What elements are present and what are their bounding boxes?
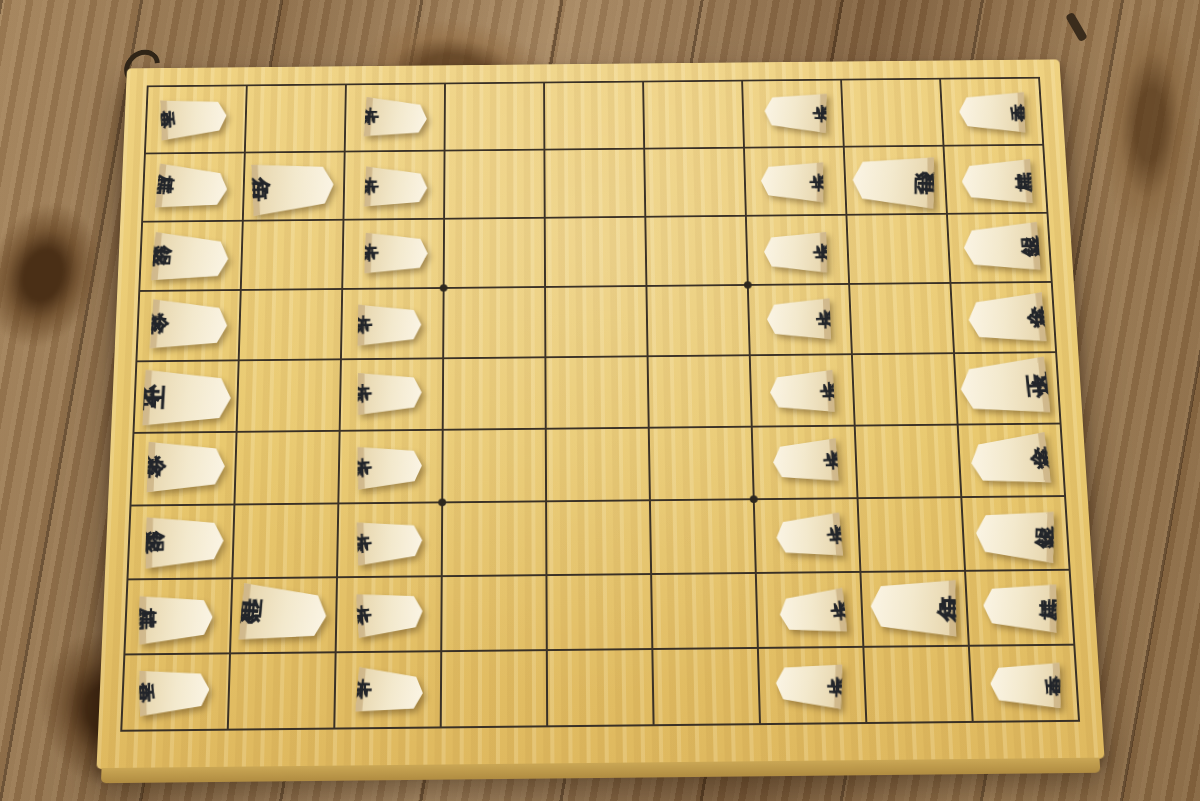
piece-kanji: 歩兵 <box>390 243 403 262</box>
shogi-board: 香車桂馬銀将金将王将金将銀将桂馬香車角行飛車歩兵歩兵歩兵歩兵歩兵歩兵歩兵歩兵歩兵… <box>96 59 1104 769</box>
piece-body: 香車 <box>989 659 1060 709</box>
piece-rook[interactable]: 飛車 <box>862 143 924 220</box>
piece-king[interactable]: 王将 <box>155 355 220 439</box>
wood-knot <box>0 187 118 364</box>
piece-body: 歩兵 <box>769 368 835 414</box>
piece-body: 桂馬 <box>139 591 213 646</box>
piece-kanji: 歩兵 <box>795 381 809 401</box>
piece-body: 歩兵 <box>358 302 422 346</box>
piece-kanji: 香車 <box>985 102 998 120</box>
piece-rook[interactable]: 飛車 <box>252 571 316 655</box>
piece-kanji: 香車 <box>1018 674 1031 695</box>
piece-body: 歩兵 <box>772 436 839 484</box>
piece-body: 歩兵 <box>766 296 831 340</box>
piece-kanji: 金将 <box>999 307 1013 329</box>
piece-pawn[interactable]: 歩兵 <box>366 510 414 574</box>
piece-kanji: 角行 <box>286 175 299 200</box>
piece-kanji: 歩兵 <box>802 525 816 546</box>
star-point <box>440 284 448 291</box>
piece-body: 香車 <box>139 665 210 718</box>
piece-pawn[interactable]: 歩兵 <box>784 652 834 718</box>
piece-body: 飛車 <box>852 152 934 210</box>
piece-kanji: 桂馬 <box>185 177 199 197</box>
piece-body: 歩兵 <box>364 95 429 139</box>
piece-body: 歩兵 <box>764 230 828 274</box>
piece-lance[interactable]: 香車 <box>169 87 217 148</box>
piece-pawn[interactable]: 歩兵 <box>366 362 413 424</box>
piece-kanji: 玉将 <box>996 373 1011 401</box>
piece-body: 香車 <box>958 90 1025 133</box>
piece-bishop[interactable]: 角行 <box>263 149 323 226</box>
piece-body: 金将 <box>968 431 1051 490</box>
piece-pawn[interactable]: 歩兵 <box>781 429 830 492</box>
piece-kanji: 歩兵 <box>383 680 398 702</box>
piece-pawn[interactable]: 歩兵 <box>365 658 414 724</box>
wood-knot <box>1099 8 1200 242</box>
piece-body: 金将 <box>146 439 225 494</box>
piece-pawn[interactable]: 歩兵 <box>373 223 419 283</box>
piece-body: 飛車 <box>238 581 329 646</box>
piece-body: 歩兵 <box>764 90 827 134</box>
piece-body: 桂馬 <box>983 579 1057 634</box>
piece-kanji: 歩兵 <box>383 383 396 403</box>
piece-body: 銀将 <box>150 230 230 284</box>
piece-kanji: 桂馬 <box>1013 596 1026 618</box>
piece-pawn[interactable]: 歩兵 <box>769 152 816 211</box>
piece-pawn[interactable]: 歩兵 <box>366 435 414 498</box>
piece-bishop[interactable]: 角行 <box>881 565 946 649</box>
piece-kanji: 桂馬 <box>990 171 1003 191</box>
piece-kanji: 香車 <box>167 680 180 702</box>
piece-pawn[interactable]: 歩兵 <box>778 360 826 422</box>
piece-body: 歩兵 <box>775 511 844 561</box>
piece-body: 桂馬 <box>154 162 229 213</box>
piece-pawn[interactable]: 歩兵 <box>784 504 833 568</box>
piece-kanji: 金将 <box>1001 448 1016 472</box>
piece-kanji: 歩兵 <box>792 309 805 328</box>
piece-kanji: 歩兵 <box>383 456 396 476</box>
piece-kanji: 歩兵 <box>798 450 812 470</box>
piece-knight[interactable]: 桂馬 <box>970 148 1024 214</box>
piece-knight[interactable]: 桂馬 <box>991 570 1048 643</box>
piece-kanji: 歩兵 <box>389 108 402 127</box>
star-point <box>744 281 752 288</box>
piece-pawn[interactable]: 歩兵 <box>772 83 819 141</box>
piece-body: 銀将 <box>962 220 1041 273</box>
piece-body: 歩兵 <box>364 231 428 275</box>
piece-body: 銀将 <box>145 513 224 570</box>
piece-king[interactable]: 玉将 <box>971 345 1038 429</box>
piece-kanji: 歩兵 <box>383 531 397 552</box>
piece-silver[interactable]: 銀将 <box>984 497 1044 573</box>
piece-body: 歩兵 <box>761 159 824 203</box>
piece-kanji: 銀将 <box>1008 523 1021 547</box>
piece-kanji: 歩兵 <box>786 172 798 191</box>
piece-body: 歩兵 <box>364 165 428 209</box>
piece-body: 歩兵 <box>777 586 847 638</box>
piece-body: 歩兵 <box>358 370 422 416</box>
piece-pawn[interactable]: 歩兵 <box>788 579 838 644</box>
piece-kanji: 飛車 <box>887 169 900 193</box>
piece-kanji: 香車 <box>187 108 200 127</box>
star-point <box>438 499 446 507</box>
piece-kanji: 金将 <box>182 314 196 336</box>
piece-kanji: 王将 <box>180 384 194 411</box>
piece-kanji: 歩兵 <box>802 674 816 696</box>
piece-body: 金将 <box>149 298 229 352</box>
piece-gold[interactable]: 金将 <box>160 288 217 361</box>
piece-knight[interactable]: 桂馬 <box>165 154 217 220</box>
piece-kanji: 歩兵 <box>805 601 820 622</box>
piece-kanji: 銀将 <box>178 530 191 553</box>
piece-pawn[interactable]: 歩兵 <box>366 581 414 646</box>
piece-body: 金将 <box>966 291 1046 346</box>
piece-kanji: 歩兵 <box>789 242 802 261</box>
piece-gold[interactable]: 金将 <box>979 423 1039 498</box>
piece-knight[interactable]: 桂馬 <box>148 582 203 655</box>
piece-pawn[interactable]: 歩兵 <box>366 294 413 355</box>
piece-kanji: 歩兵 <box>383 602 397 623</box>
piece-kanji: 桂馬 <box>169 607 182 629</box>
piece-kanji: 金将 <box>179 455 192 478</box>
piece-lance[interactable]: 香車 <box>998 649 1051 719</box>
piece-body: 歩兵 <box>775 659 843 710</box>
piece-body: 桂馬 <box>960 157 1033 205</box>
piece-body: 王将 <box>142 367 232 427</box>
piece-body: 香車 <box>160 94 227 141</box>
piece-body: 銀将 <box>975 506 1054 565</box>
piece-kanji: 歩兵 <box>383 315 396 334</box>
piece-body: 角行 <box>251 157 335 218</box>
piece-lance[interactable]: 香車 <box>967 81 1016 142</box>
piece-kanji: 角行 <box>907 593 920 620</box>
board-grid: 香車桂馬銀将金将王将金将銀将桂馬香車角行飛車歩兵歩兵歩兵歩兵歩兵歩兵歩兵歩兵歩兵… <box>120 77 1080 732</box>
photo-scene: 香車桂馬銀将金将王将金将銀将桂馬香車角行飛車歩兵歩兵歩兵歩兵歩兵歩兵歩兵歩兵歩兵… <box>0 0 1200 801</box>
piece-pawn[interactable]: 歩兵 <box>373 157 419 216</box>
piece-body: 歩兵 <box>356 517 423 567</box>
piece-body: 角行 <box>871 576 957 638</box>
piece-silver[interactable]: 銀将 <box>162 222 219 294</box>
piece-body: 玉将 <box>958 354 1051 418</box>
piece-kanji: 銀将 <box>994 236 1008 258</box>
piece-body: 歩兵 <box>355 665 425 716</box>
piece-kanji: 歩兵 <box>389 177 402 196</box>
star-point <box>750 495 758 503</box>
piece-kanji: 飛車 <box>276 600 291 627</box>
piece-body: 歩兵 <box>357 442 422 490</box>
piece-pawn[interactable]: 歩兵 <box>775 288 823 349</box>
board-surface: 香車桂馬銀将金将王将金将銀将桂馬香車角行飛車歩兵歩兵歩兵歩兵歩兵歩兵歩兵歩兵歩兵… <box>96 59 1104 769</box>
piece-pawn[interactable]: 歩兵 <box>373 88 419 146</box>
piece-body: 歩兵 <box>356 587 424 639</box>
piece-lance[interactable]: 香車 <box>148 656 199 726</box>
piece-pawn[interactable]: 歩兵 <box>772 222 820 282</box>
piece-silver[interactable]: 銀将 <box>155 504 214 580</box>
piece-silver[interactable]: 銀将 <box>972 211 1030 282</box>
piece-kanji: 銀将 <box>183 246 197 268</box>
piece-gold[interactable]: 金将 <box>157 429 215 504</box>
piece-kanji: 歩兵 <box>789 102 802 121</box>
